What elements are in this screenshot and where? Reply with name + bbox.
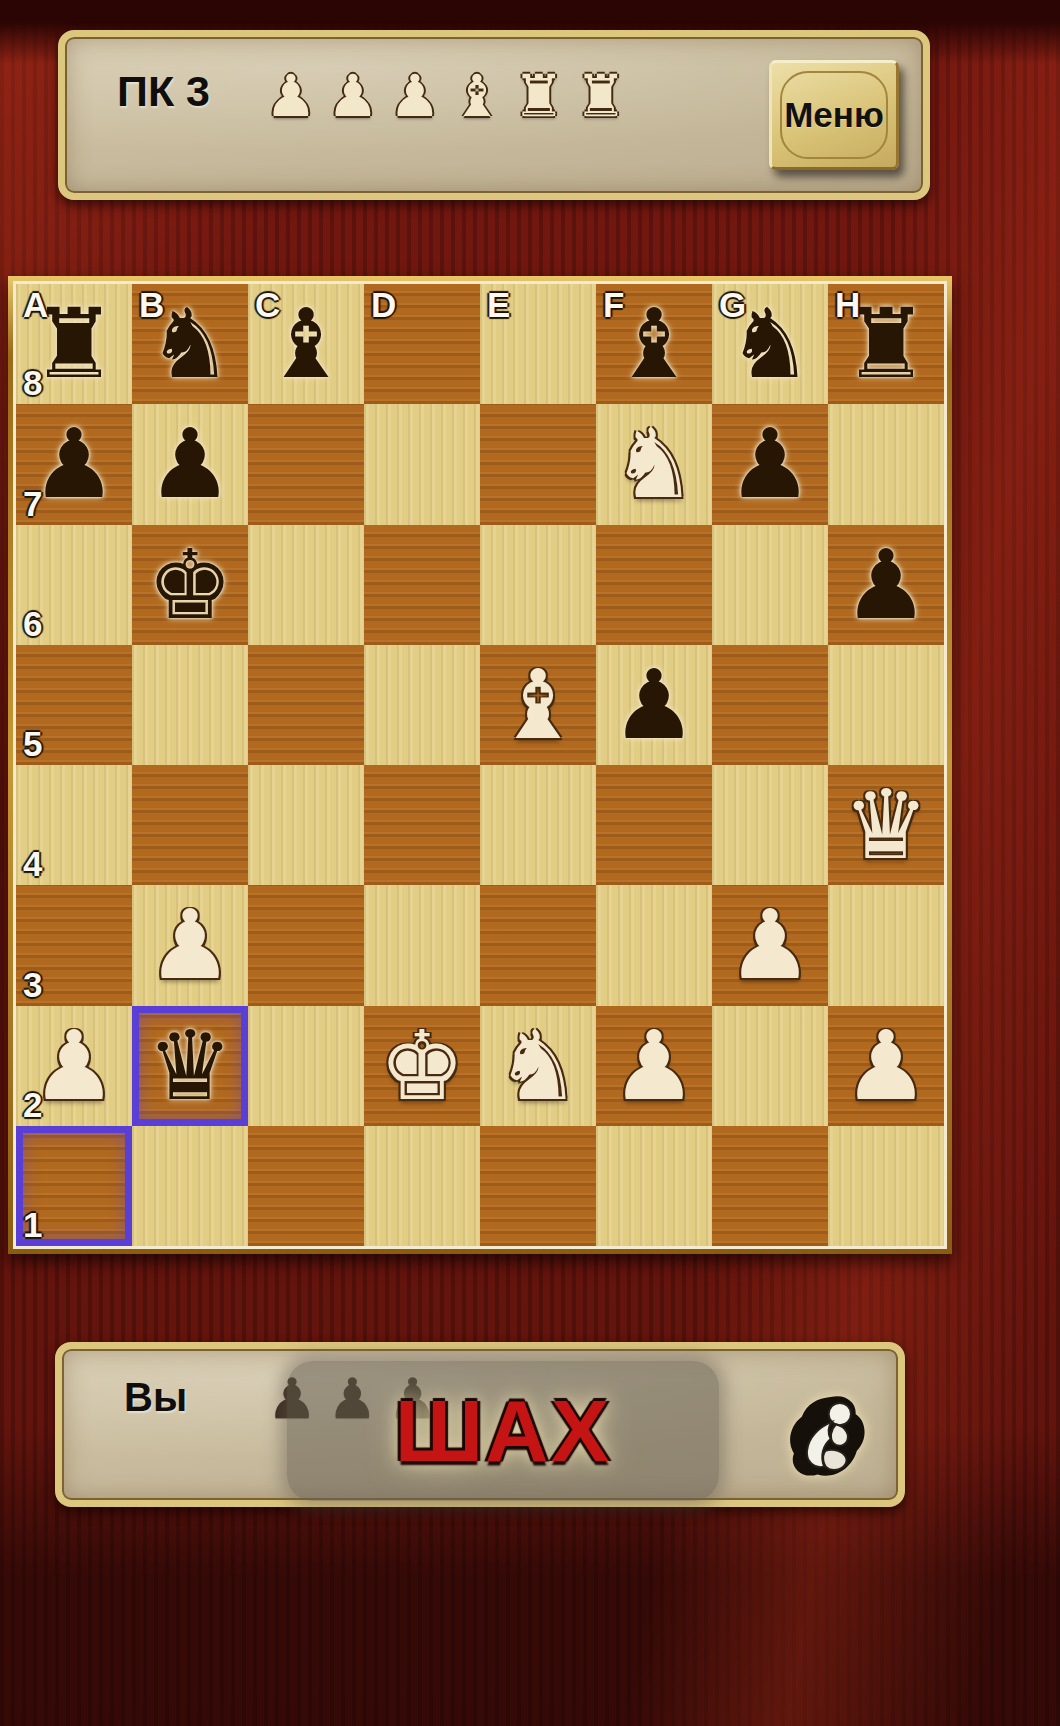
square-d4[interactable] bbox=[364, 765, 480, 885]
square-f3[interactable] bbox=[596, 885, 712, 1005]
square-c5[interactable] bbox=[248, 645, 364, 765]
square-g3[interactable]: ♟ bbox=[712, 885, 828, 1005]
square-c6[interactable] bbox=[248, 525, 364, 645]
thinker-icon bbox=[786, 1393, 870, 1489]
square-g5[interactable] bbox=[712, 645, 828, 765]
piece-black-knight: ♞ bbox=[147, 296, 233, 392]
square-e5[interactable]: ♝ bbox=[480, 645, 596, 765]
square-g4[interactable] bbox=[712, 765, 828, 885]
rank-label-5: 5 bbox=[23, 726, 42, 761]
piece-black-bishop: ♝ bbox=[611, 296, 697, 392]
piece-black-queen: ♛ bbox=[147, 1018, 233, 1114]
player-bar: Вы ♟♟♟ ШАХ bbox=[55, 1342, 905, 1507]
square-c1[interactable] bbox=[248, 1126, 364, 1246]
square-a7[interactable]: ♟7 bbox=[16, 404, 132, 524]
square-d2[interactable]: ♚ bbox=[364, 1006, 480, 1126]
piece-black-rook: ♜ bbox=[843, 296, 929, 392]
square-a5[interactable]: 5 bbox=[16, 645, 132, 765]
square-h7[interactable] bbox=[828, 404, 944, 524]
square-b7[interactable]: ♟ bbox=[132, 404, 248, 524]
square-d6[interactable] bbox=[364, 525, 480, 645]
square-a6[interactable]: 6 bbox=[16, 525, 132, 645]
square-g6[interactable] bbox=[712, 525, 828, 645]
square-d5[interactable] bbox=[364, 645, 480, 765]
square-h6[interactable]: ♟ bbox=[828, 525, 944, 645]
square-e4[interactable] bbox=[480, 765, 596, 885]
captured-rook-icon: ♜ bbox=[575, 67, 627, 125]
square-c4[interactable] bbox=[248, 765, 364, 885]
square-h3[interactable] bbox=[828, 885, 944, 1005]
square-f6[interactable] bbox=[596, 525, 712, 645]
rank-label-6: 6 bbox=[23, 606, 42, 641]
square-c7[interactable] bbox=[248, 404, 364, 524]
square-c2[interactable] bbox=[248, 1006, 364, 1126]
square-h1[interactable] bbox=[828, 1126, 944, 1246]
square-e1[interactable] bbox=[480, 1126, 596, 1246]
piece-black-pawn: ♟ bbox=[727, 416, 813, 512]
piece-white-knight: ♞ bbox=[495, 1018, 581, 1114]
piece-white-queen: ♛ bbox=[843, 777, 929, 873]
square-e8[interactable]: E bbox=[480, 284, 596, 404]
square-e6[interactable] bbox=[480, 525, 596, 645]
square-f7[interactable]: ♞ bbox=[596, 404, 712, 524]
opponent-bar: ПК 3 ♟♟♟♝♜♜ Меню bbox=[58, 30, 930, 200]
square-e2[interactable]: ♞ bbox=[480, 1006, 596, 1126]
square-e3[interactable] bbox=[480, 885, 596, 1005]
piece-black-rook: ♜ bbox=[31, 296, 117, 392]
square-e7[interactable] bbox=[480, 404, 596, 524]
piece-white-bishop: ♝ bbox=[495, 657, 581, 753]
piece-black-pawn: ♟ bbox=[147, 416, 233, 512]
piece-black-pawn: ♟ bbox=[611, 657, 697, 753]
piece-black-bishop: ♝ bbox=[263, 296, 349, 392]
square-d1[interactable] bbox=[364, 1126, 480, 1246]
check-toast-label: ШАХ bbox=[395, 1380, 612, 1482]
square-f5[interactable]: ♟ bbox=[596, 645, 712, 765]
square-f1[interactable] bbox=[596, 1126, 712, 1246]
chess-board: ♜A8♞B♝CDE♝F♞G♜H♟7♟♞♟6♚♟5♝♟4♛3♟♟♟2♛♚♞♟♟1 bbox=[13, 281, 947, 1249]
piece-white-pawn: ♟ bbox=[611, 1018, 697, 1114]
square-b3[interactable]: ♟ bbox=[132, 885, 248, 1005]
check-toast: ШАХ bbox=[287, 1361, 719, 1501]
square-b2[interactable]: ♛ bbox=[132, 1006, 248, 1126]
square-h2[interactable]: ♟ bbox=[828, 1006, 944, 1126]
square-h5[interactable] bbox=[828, 645, 944, 765]
menu-button-label: Меню bbox=[784, 95, 884, 135]
captured-pawn-icon: ♟ bbox=[389, 67, 441, 125]
captured-pawn-icon: ♟ bbox=[327, 67, 379, 125]
piece-black-pawn: ♟ bbox=[31, 416, 117, 512]
square-f4[interactable] bbox=[596, 765, 712, 885]
square-f2[interactable]: ♟ bbox=[596, 1006, 712, 1126]
square-g7[interactable]: ♟ bbox=[712, 404, 828, 524]
square-c3[interactable] bbox=[248, 885, 364, 1005]
square-h8[interactable]: ♜H bbox=[828, 284, 944, 404]
board-frame: ♜A8♞B♝CDE♝F♞G♜H♟7♟♞♟6♚♟5♝♟4♛3♟♟♟2♛♚♞♟♟1 bbox=[8, 276, 952, 1254]
piece-white-pawn: ♟ bbox=[147, 897, 233, 993]
square-d7[interactable] bbox=[364, 404, 480, 524]
piece-white-pawn: ♟ bbox=[727, 897, 813, 993]
square-d3[interactable] bbox=[364, 885, 480, 1005]
piece-white-pawn: ♟ bbox=[31, 1018, 117, 1114]
piece-white-king: ♚ bbox=[379, 1018, 465, 1114]
square-b5[interactable] bbox=[132, 645, 248, 765]
square-c8[interactable]: ♝C bbox=[248, 284, 364, 404]
player-name: Вы bbox=[124, 1375, 187, 1420]
file-label-e: E bbox=[487, 287, 510, 322]
square-a3[interactable]: 3 bbox=[16, 885, 132, 1005]
menu-button[interactable]: Меню bbox=[769, 60, 899, 170]
captured-bishop-icon: ♝ bbox=[451, 67, 503, 125]
square-b4[interactable] bbox=[132, 765, 248, 885]
square-a8[interactable]: ♜A8 bbox=[16, 284, 132, 404]
square-d8[interactable]: D bbox=[364, 284, 480, 404]
square-f8[interactable]: ♝F bbox=[596, 284, 712, 404]
square-b6[interactable]: ♚ bbox=[132, 525, 248, 645]
square-g1[interactable] bbox=[712, 1126, 828, 1246]
piece-white-pawn: ♟ bbox=[843, 1018, 929, 1114]
square-a2[interactable]: ♟2 bbox=[16, 1006, 132, 1126]
piece-black-king: ♚ bbox=[147, 537, 233, 633]
square-h4[interactable]: ♛ bbox=[828, 765, 944, 885]
square-a1[interactable]: 1 bbox=[16, 1126, 132, 1246]
opponent-captured-pieces: ♟♟♟♝♜♜ bbox=[265, 67, 627, 125]
piece-black-knight: ♞ bbox=[727, 296, 813, 392]
square-b1[interactable] bbox=[132, 1126, 248, 1246]
rank-label-4: 4 bbox=[23, 846, 42, 881]
square-g2[interactable] bbox=[712, 1006, 828, 1126]
rank-label-3: 3 bbox=[23, 967, 42, 1002]
square-a4[interactable]: 4 bbox=[16, 765, 132, 885]
opponent-name: ПК 3 bbox=[117, 67, 210, 116]
file-label-d: D bbox=[371, 287, 396, 322]
chess-app-screen: ПК 3 ♟♟♟♝♜♜ Меню ♜A8♞B♝CDE♝F♞G♜H♟7♟♞♟6♚♟… bbox=[0, 0, 1060, 1726]
piece-black-pawn: ♟ bbox=[843, 537, 929, 633]
captured-pawn-icon: ♟ bbox=[265, 67, 317, 125]
square-b8[interactable]: ♞B bbox=[132, 284, 248, 404]
square-g8[interactable]: ♞G bbox=[712, 284, 828, 404]
piece-white-knight: ♞ bbox=[611, 416, 697, 512]
rank-label-1: 1 bbox=[23, 1207, 42, 1242]
captured-rook-icon: ♜ bbox=[513, 67, 565, 125]
